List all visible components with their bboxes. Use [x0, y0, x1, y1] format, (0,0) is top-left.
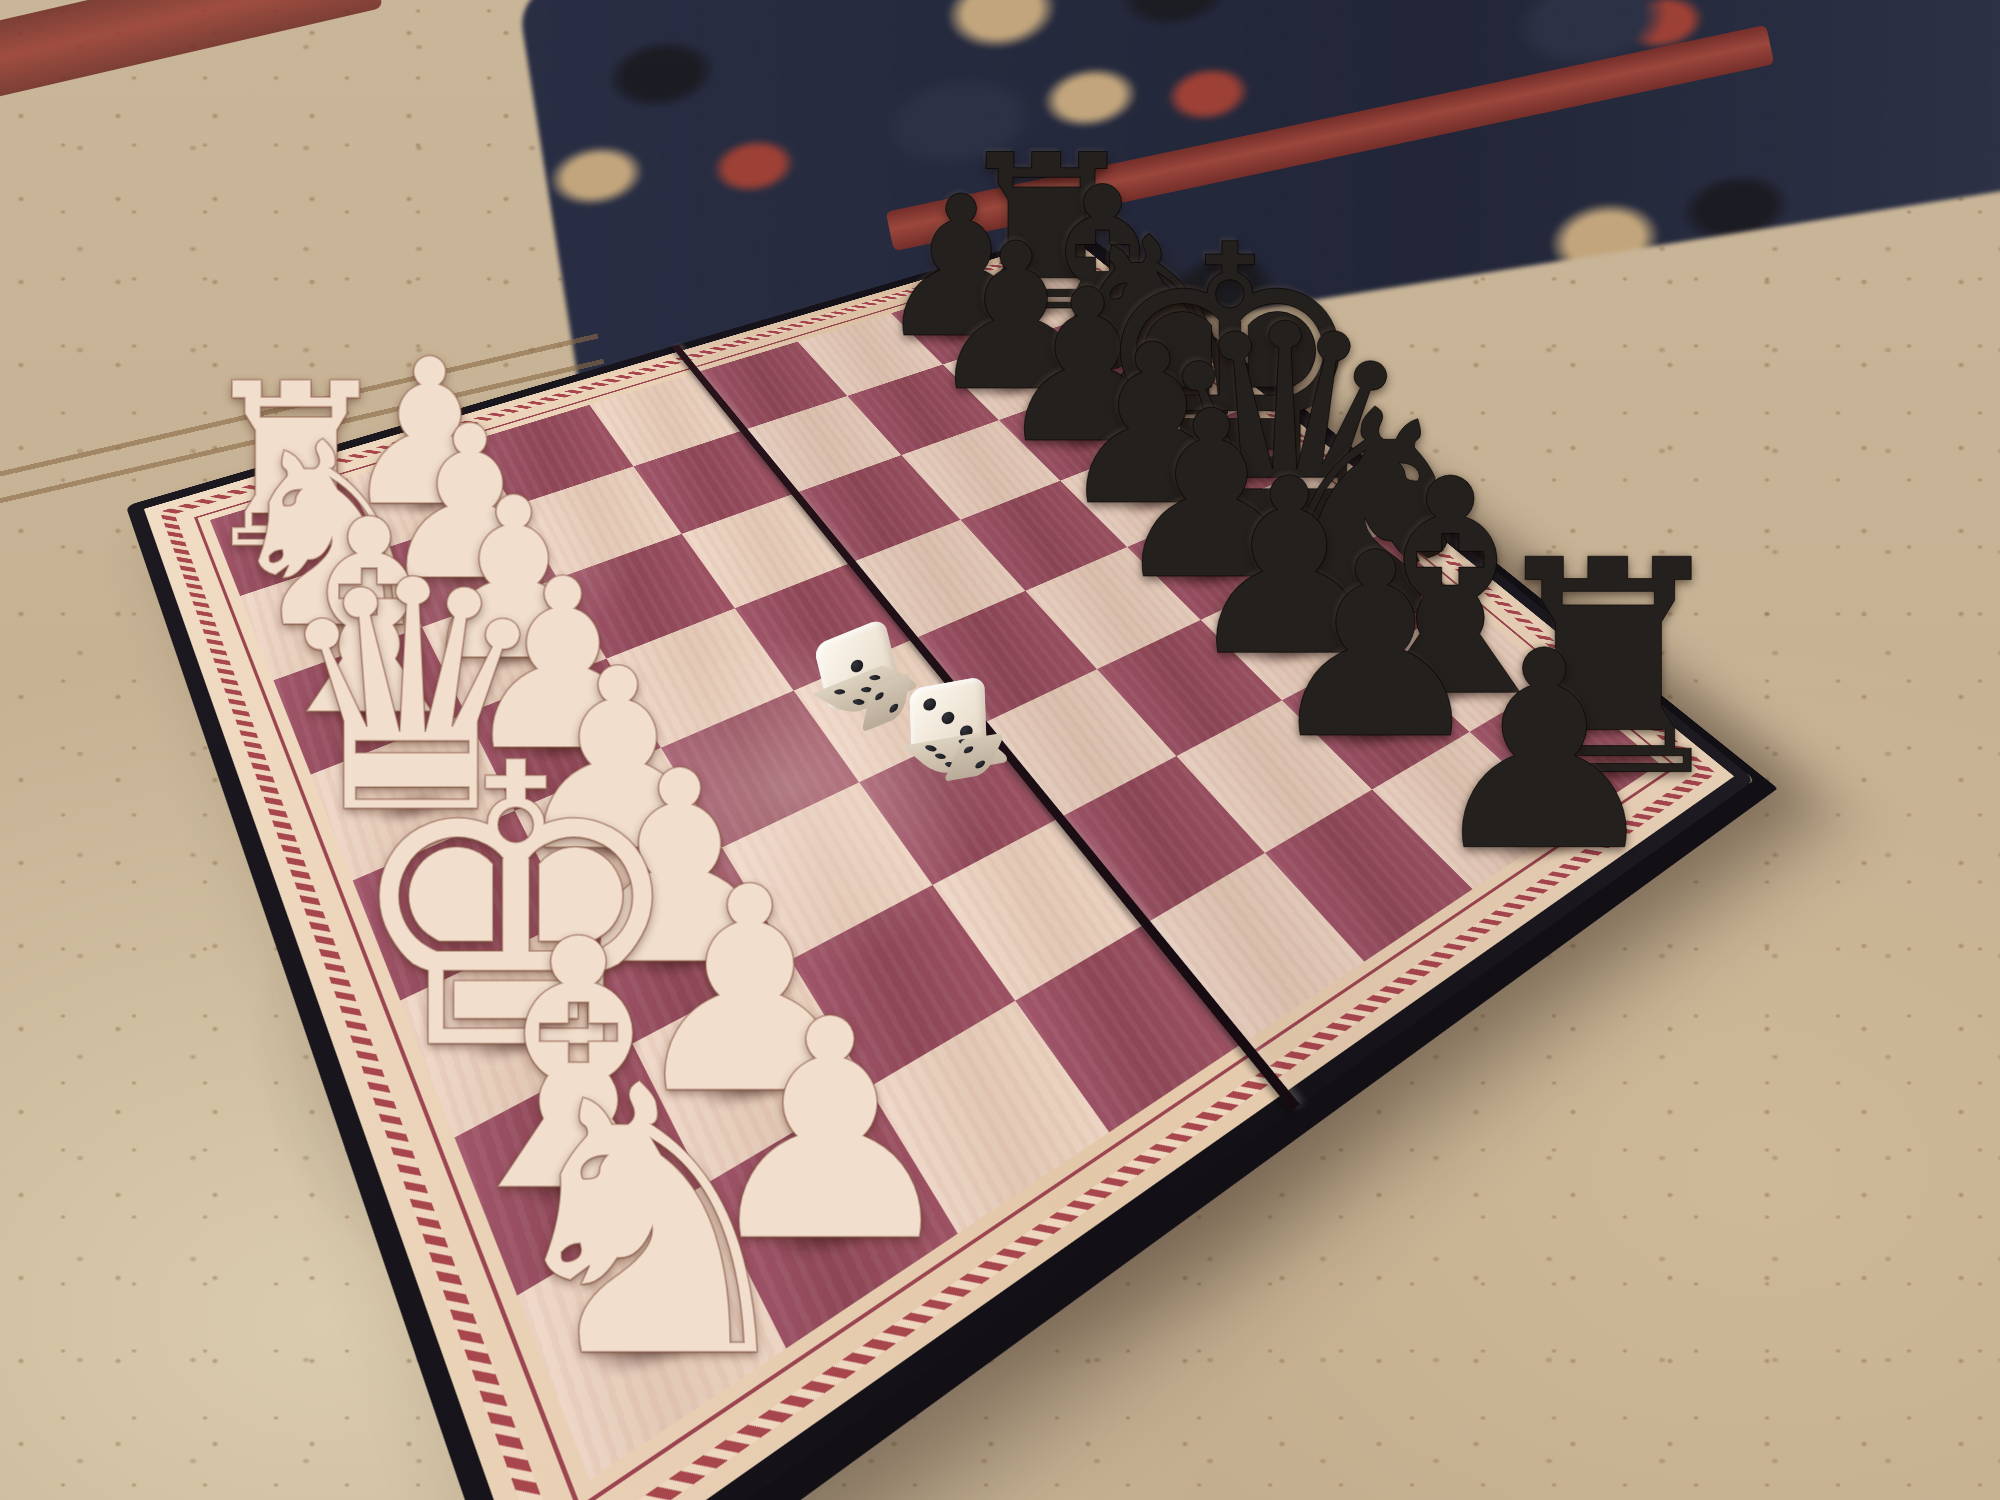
- photo-scene: ♜♞♝♛♚♝♞♟♟♟♟♟♟♟♟♜♝♞♚♛♞♝♜♟♟♟♟♟♟♟♟: [0, 0, 2000, 1500]
- piece-black-pawn-h7[interactable]: ♟: [1422, 616, 1667, 890]
- piece-white-knight-h1[interactable]: ♞: [485, 1038, 818, 1409]
